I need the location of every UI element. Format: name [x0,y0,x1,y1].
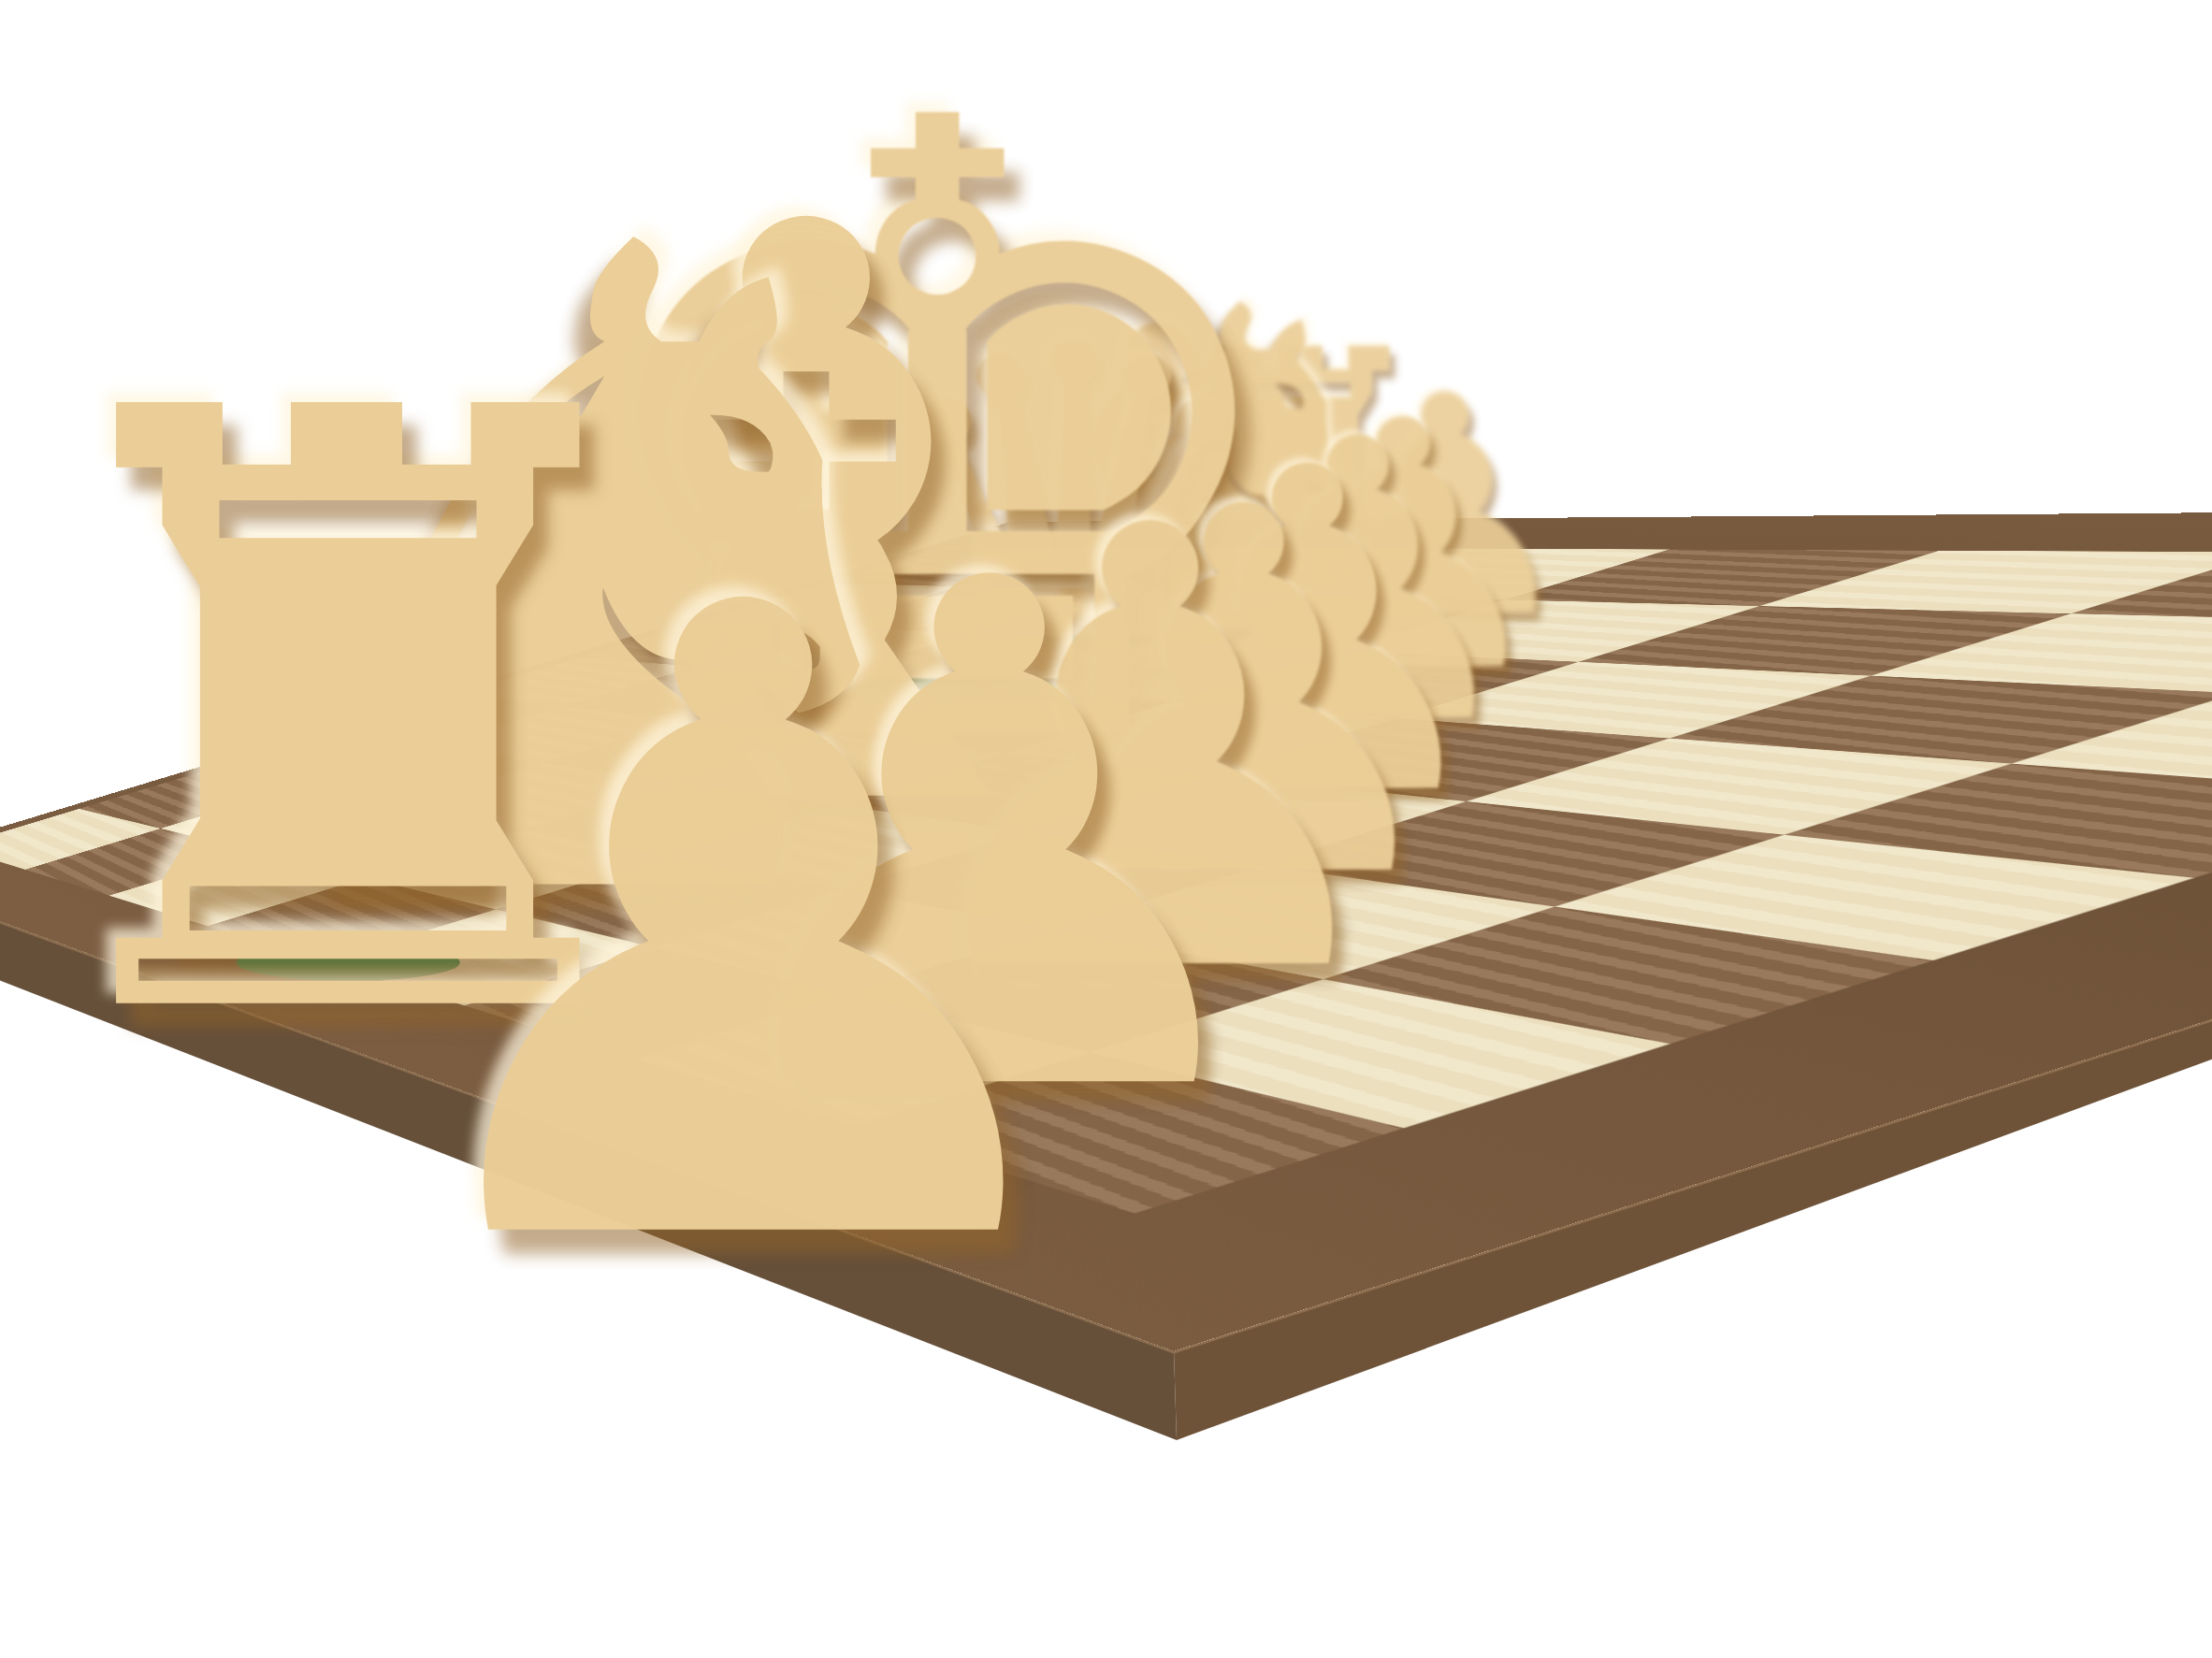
pawn-glyph: ♟ [354,496,1132,1362]
pieces-layer: ♜♞♝♚♛♝♞♜♟♟♟♟♟♟♟♟ [0,0,2212,1658]
scene: ♜♞♝♚♛♝♞♜♟♟♟♟♟♟♟♟ [0,0,2212,1658]
